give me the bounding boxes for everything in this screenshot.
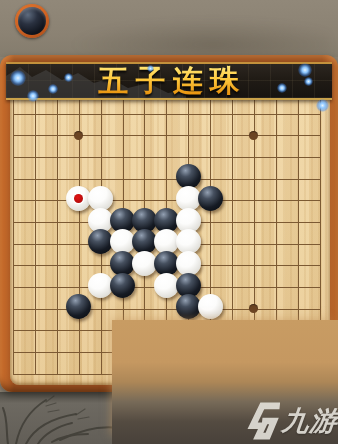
- grid-line-h: [13, 200, 321, 201]
- watermark: 九游: [246, 398, 338, 444]
- black-stone: [176, 294, 201, 319]
- title-banner: 五子连珠: [6, 62, 332, 100]
- grid-line-h: [13, 157, 321, 158]
- watermark-text: 九游: [280, 403, 338, 439]
- jiuyou-g-icon: [246, 399, 280, 443]
- grid-line-h: [13, 114, 321, 115]
- grid-line-v: [79, 100, 80, 375]
- gomoku-app-screen: 五子连珠 九游: [0, 0, 338, 444]
- black-stone: [198, 186, 223, 211]
- white-stone: [198, 294, 223, 319]
- star-point: [249, 131, 258, 140]
- grid-line-h: [13, 135, 321, 136]
- grid-line-v: [35, 100, 36, 375]
- grid-line-v: [57, 100, 58, 375]
- star-point: [74, 131, 83, 140]
- page-title: 五子连珠: [6, 62, 332, 100]
- black-stone-turn-icon: [15, 4, 49, 38]
- top-bar: [0, 0, 338, 57]
- black-stone-glyph: [18, 7, 46, 35]
- star-point: [249, 304, 258, 313]
- grid-line-v: [13, 100, 14, 375]
- last-move-marker: [74, 194, 83, 203]
- grid-line-h: [13, 309, 321, 310]
- black-stone: [110, 273, 135, 298]
- background-smudge: [70, 18, 330, 56]
- grid-line-h: [13, 179, 321, 180]
